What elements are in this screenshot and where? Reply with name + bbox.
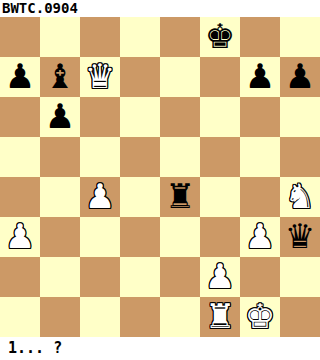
- square-h5[interactable]: [280, 137, 320, 177]
- square-g4[interactable]: [240, 177, 280, 217]
- square-f3[interactable]: [200, 217, 240, 257]
- square-c8[interactable]: [80, 17, 120, 57]
- move-prompt: 1... ?: [0, 337, 320, 360]
- square-b3[interactable]: [40, 217, 80, 257]
- square-d5[interactable]: [120, 137, 160, 177]
- square-c4[interactable]: ♟: [80, 177, 120, 217]
- square-e5[interactable]: [160, 137, 200, 177]
- square-d7[interactable]: [120, 57, 160, 97]
- square-c3[interactable]: [80, 217, 120, 257]
- piece-black-king-f8[interactable]: ♚: [205, 16, 235, 56]
- square-e8[interactable]: [160, 17, 200, 57]
- square-f2[interactable]: ♟: [200, 257, 240, 297]
- square-c1[interactable]: [80, 297, 120, 337]
- square-h1[interactable]: [280, 297, 320, 337]
- piece-black-pawn-b6[interactable]: ♟: [45, 96, 75, 136]
- square-b5[interactable]: [40, 137, 80, 177]
- square-d2[interactable]: [120, 257, 160, 297]
- square-g5[interactable]: [240, 137, 280, 177]
- chess-board: ♚♟♝♛♟♟♟♟♜♞♟♟♛♟♜♚: [0, 17, 320, 337]
- square-c6[interactable]: [80, 97, 120, 137]
- square-f7[interactable]: [200, 57, 240, 97]
- square-f1[interactable]: ♜: [200, 297, 240, 337]
- puzzle-title: BWTC.0904: [0, 0, 320, 17]
- piece-white-king-g1[interactable]: ♚: [245, 296, 275, 336]
- square-h3[interactable]: ♛: [280, 217, 320, 257]
- piece-white-queen-c7[interactable]: ♛: [85, 56, 115, 96]
- square-e2[interactable]: [160, 257, 200, 297]
- piece-white-pawn-a3[interactable]: ♟: [5, 216, 35, 256]
- chess-puzzle-app: BWTC.0904 ♚♟♝♛♟♟♟♟♜♞♟♟♛♟♜♚ 1... ?: [0, 0, 320, 360]
- square-b4[interactable]: [40, 177, 80, 217]
- square-b8[interactable]: [40, 17, 80, 57]
- square-e6[interactable]: [160, 97, 200, 137]
- square-g7[interactable]: ♟: [240, 57, 280, 97]
- square-h2[interactable]: [280, 257, 320, 297]
- square-f6[interactable]: [200, 97, 240, 137]
- square-h6[interactable]: [280, 97, 320, 137]
- square-b6[interactable]: ♟: [40, 97, 80, 137]
- piece-white-knight-h4[interactable]: ♞: [285, 176, 315, 216]
- square-a2[interactable]: [0, 257, 40, 297]
- square-a4[interactable]: [0, 177, 40, 217]
- square-g3[interactable]: ♟: [240, 217, 280, 257]
- square-e7[interactable]: [160, 57, 200, 97]
- square-g6[interactable]: [240, 97, 280, 137]
- square-g1[interactable]: ♚: [240, 297, 280, 337]
- square-c2[interactable]: [80, 257, 120, 297]
- square-d3[interactable]: [120, 217, 160, 257]
- square-a6[interactable]: [0, 97, 40, 137]
- square-f8[interactable]: ♚: [200, 17, 240, 57]
- square-g8[interactable]: [240, 17, 280, 57]
- square-d8[interactable]: [120, 17, 160, 57]
- square-d6[interactable]: [120, 97, 160, 137]
- square-e4[interactable]: ♜: [160, 177, 200, 217]
- piece-white-pawn-c4[interactable]: ♟: [85, 176, 115, 216]
- square-d4[interactable]: [120, 177, 160, 217]
- square-b7[interactable]: ♝: [40, 57, 80, 97]
- square-b2[interactable]: [40, 257, 80, 297]
- square-f5[interactable]: [200, 137, 240, 177]
- square-h7[interactable]: ♟: [280, 57, 320, 97]
- square-h4[interactable]: ♞: [280, 177, 320, 217]
- square-a8[interactable]: [0, 17, 40, 57]
- piece-black-pawn-a7[interactable]: ♟: [5, 56, 35, 96]
- piece-black-pawn-g7[interactable]: ♟: [245, 56, 275, 96]
- square-e1[interactable]: [160, 297, 200, 337]
- piece-black-queen-h3[interactable]: ♛: [285, 216, 315, 256]
- piece-white-pawn-f2[interactable]: ♟: [205, 256, 235, 296]
- piece-white-pawn-g3[interactable]: ♟: [245, 216, 275, 256]
- square-h8[interactable]: [280, 17, 320, 57]
- piece-black-bishop-b7[interactable]: ♝: [45, 56, 75, 96]
- square-f4[interactable]: [200, 177, 240, 217]
- square-a5[interactable]: [0, 137, 40, 177]
- piece-white-rook-f1[interactable]: ♜: [205, 296, 235, 336]
- square-c7[interactable]: ♛: [80, 57, 120, 97]
- square-c5[interactable]: [80, 137, 120, 177]
- square-g2[interactable]: [240, 257, 280, 297]
- square-b1[interactable]: [40, 297, 80, 337]
- square-d1[interactable]: [120, 297, 160, 337]
- square-e3[interactable]: [160, 217, 200, 257]
- piece-black-pawn-h7[interactable]: ♟: [285, 56, 315, 96]
- square-a1[interactable]: [0, 297, 40, 337]
- square-a3[interactable]: ♟: [0, 217, 40, 257]
- square-a7[interactable]: ♟: [0, 57, 40, 97]
- piece-black-rook-e4[interactable]: ♜: [165, 176, 195, 216]
